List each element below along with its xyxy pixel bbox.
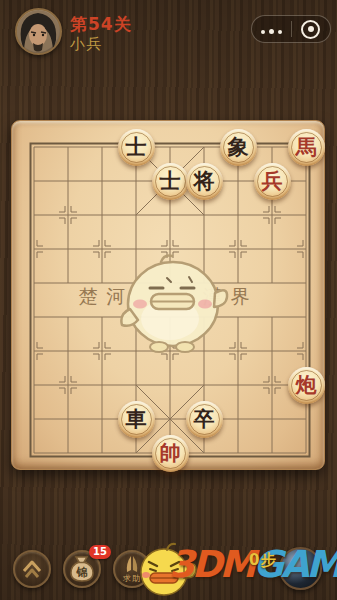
target-circle-icon [301, 20, 320, 39]
piece-character: 兵 [262, 170, 283, 191]
piece-character: 帥 [160, 442, 181, 463]
miniprogram-capsule [251, 15, 331, 43]
piece-red-general[interactable]: 帥 [152, 435, 189, 472]
piece-character: 馬 [296, 136, 317, 157]
chick-mascot [117, 249, 229, 353]
svg-text:锦: 锦 [76, 566, 88, 579]
exit-button[interactable] [292, 16, 331, 42]
three-dots-icon [259, 22, 284, 37]
piece-character: 象 [228, 136, 249, 157]
piece-red-horse[interactable]: 馬 [288, 129, 325, 166]
steps-counter: 0步 [249, 551, 276, 570]
player-avatar[interactable] [15, 8, 62, 55]
piece-black-soldier[interactable]: 卒 [186, 401, 223, 438]
piece-character: 車 [126, 408, 147, 429]
level-label: 第54关 [70, 13, 132, 36]
piece-character: 炮 [296, 374, 317, 395]
app-screen: 第54关 小兵 楚河 漢界 [0, 0, 337, 600]
menu-button[interactable] [13, 550, 51, 588]
piece-character: 卒 [194, 408, 215, 429]
piece-black-advisor[interactable]: 士 [118, 129, 155, 166]
money-bag-icon: 锦 [68, 555, 96, 583]
piece-black-chariot[interactable]: 車 [118, 401, 155, 438]
avatar-portrait-icon [17, 10, 60, 53]
xiangqi-board[interactable]: 楚河 漢界 士象馬士将兵炮車卒帥 [11, 120, 325, 470]
watermark-3dm: 3DM [169, 543, 253, 586]
piece-black-general[interactable]: 将 [186, 163, 223, 200]
piece-red-cannon[interactable]: 炮 [288, 367, 325, 404]
piece-black-advisor[interactable]: 士 [152, 163, 189, 200]
piece-character: 将 [194, 170, 215, 191]
bottom-bar: 锦 15 求助 0步 3DMGAME [0, 535, 337, 600]
level-name-label: 小兵 [70, 35, 102, 54]
piece-red-soldier[interactable]: 兵 [254, 163, 291, 200]
piece-character: 士 [160, 170, 181, 191]
piece-character: 士 [126, 136, 147, 157]
chevron-up-icon [20, 557, 44, 581]
hint-count-badge: 15 [89, 545, 111, 559]
piece-black-elephant[interactable]: 象 [220, 129, 257, 166]
more-button[interactable] [252, 16, 291, 42]
